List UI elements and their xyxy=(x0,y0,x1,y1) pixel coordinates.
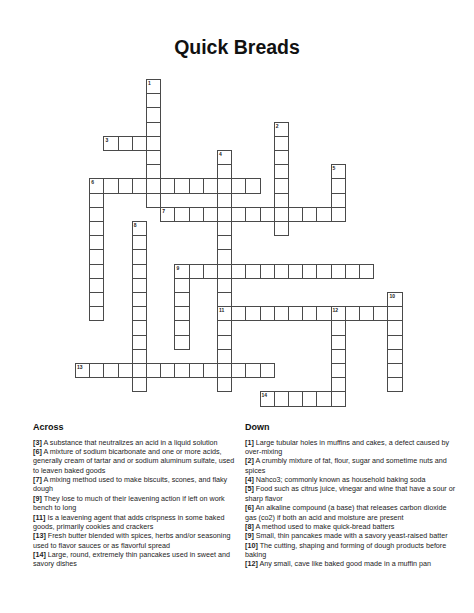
grid-cell[interactable] xyxy=(373,306,388,321)
grid-cell[interactable] xyxy=(118,363,133,378)
grid-cell[interactable] xyxy=(274,221,289,236)
grid-cell[interactable] xyxy=(146,93,161,108)
grid-cell[interactable] xyxy=(132,249,147,264)
grid-cell[interactable] xyxy=(217,235,232,250)
grid-cell[interactable] xyxy=(217,278,232,293)
clue-item-down: [4] Nahco3; commonly known as household … xyxy=(245,475,459,484)
grid-cell[interactable] xyxy=(132,221,147,236)
grid-cell[interactable] xyxy=(132,278,147,293)
grid-cell[interactable] xyxy=(274,178,289,193)
grid-cell[interactable] xyxy=(75,363,90,378)
grid-cell[interactable] xyxy=(231,363,246,378)
clue-item-across: [11] Is a leavening agent that adds cris… xyxy=(33,513,237,532)
grid-cell[interactable] xyxy=(160,178,175,193)
grid-cell[interactable] xyxy=(132,235,147,250)
grid-cell[interactable] xyxy=(217,320,232,335)
clue-item-number: [1] xyxy=(245,438,254,447)
grid-cell[interactable] xyxy=(174,278,189,293)
grid-cell[interactable] xyxy=(331,264,346,279)
grid-cell[interactable] xyxy=(260,391,275,406)
grid-cell[interactable] xyxy=(331,349,346,364)
grid-cell[interactable] xyxy=(89,264,104,279)
grid-cell[interactable] xyxy=(146,363,161,378)
grid-cell[interactable] xyxy=(274,122,289,137)
clue-item-number: [11] xyxy=(33,513,45,522)
grid-cell[interactable] xyxy=(174,306,189,321)
grid-cell[interactable] xyxy=(189,207,204,222)
clue-item-across: [13] Fresh butter blended with spices, h… xyxy=(33,531,237,550)
clue-item-number: [10] xyxy=(245,541,258,550)
grid-cell[interactable] xyxy=(217,377,232,392)
clue-item-number: [9] xyxy=(245,531,254,540)
grid-cell[interactable] xyxy=(387,349,402,364)
grid-cell[interactable] xyxy=(132,136,147,151)
grid-cell[interactable] xyxy=(387,292,402,307)
grid-cell[interactable] xyxy=(89,363,104,378)
grid-cell[interactable] xyxy=(274,136,289,151)
grid-cell[interactable] xyxy=(146,107,161,122)
grid-cell[interactable] xyxy=(274,264,289,279)
grid-cell[interactable] xyxy=(331,335,346,350)
grid-cell[interactable] xyxy=(331,193,346,208)
grid-cell[interactable] xyxy=(245,178,260,193)
grid-cell[interactable] xyxy=(274,150,289,165)
across-clues-section: Across [3] A substance that neutralizes … xyxy=(33,422,237,569)
grid-cell[interactable] xyxy=(132,335,147,350)
grid-cell[interactable] xyxy=(89,249,104,264)
grid-cell[interactable] xyxy=(146,193,161,208)
grid-cell[interactable] xyxy=(231,306,246,321)
grid-cell[interactable] xyxy=(217,363,232,378)
grid-cell[interactable] xyxy=(231,264,246,279)
grid-cell[interactable] xyxy=(245,363,260,378)
grid-cell[interactable] xyxy=(231,207,246,222)
clue-item-down: [2] A crumbly mixture of fat, flour, sug… xyxy=(245,456,459,475)
clue-item-across: [6] A mixture of sodium bicarbonate and … xyxy=(33,447,237,475)
grid-cell[interactable] xyxy=(217,249,232,264)
across-clue-list: [3] A substance that neutralizes an acid… xyxy=(33,438,237,569)
grid-cell[interactable] xyxy=(316,391,331,406)
grid-cell[interactable] xyxy=(132,363,147,378)
grid-cell[interactable] xyxy=(89,193,104,208)
grid-cell[interactable] xyxy=(274,207,289,222)
grid-cell[interactable] xyxy=(174,292,189,307)
grid-cell[interactable] xyxy=(260,363,275,378)
clue-item-number: [6] xyxy=(33,447,42,456)
clue-item-down: [9] Small, thin pancakes made with a sav… xyxy=(245,531,459,540)
grid-cell[interactable] xyxy=(217,207,232,222)
grid-cell[interactable] xyxy=(146,164,161,179)
grid-cell[interactable] xyxy=(132,264,147,279)
clue-item-number: [3] xyxy=(33,438,42,447)
grid-cell[interactable] xyxy=(331,320,346,335)
grid-cell[interactable] xyxy=(217,150,232,165)
clue-item-number: [9] xyxy=(33,494,42,503)
grid-cell[interactable] xyxy=(260,264,275,279)
grid-cell[interactable] xyxy=(160,363,175,378)
grid-cell[interactable] xyxy=(316,264,331,279)
grid-cell[interactable] xyxy=(345,264,360,279)
grid-cell[interactable] xyxy=(274,164,289,179)
grid-cell[interactable] xyxy=(331,178,346,193)
grid-cell[interactable] xyxy=(288,306,303,321)
grid-cell[interactable] xyxy=(146,79,161,94)
grid-cell[interactable] xyxy=(274,391,289,406)
down-clue-list: [1] Large tubular holes in muffins and c… xyxy=(245,438,459,569)
grid-cell[interactable] xyxy=(132,306,147,321)
grid-cell[interactable] xyxy=(217,178,232,193)
grid-cell[interactable] xyxy=(146,136,161,151)
grid-cell[interactable] xyxy=(302,207,317,222)
clue-item-down: [12] Any small, cave like baked good mad… xyxy=(245,559,459,568)
clue-item-across: [3] A substance that neutralizes an acid… xyxy=(33,438,237,447)
grid-cell[interactable] xyxy=(103,178,118,193)
grid-cell[interactable] xyxy=(189,363,204,378)
grid-cell[interactable] xyxy=(387,377,402,392)
grid-cell[interactable] xyxy=(288,391,303,406)
grid-cell[interactable] xyxy=(160,207,175,222)
grid-cell[interactable] xyxy=(89,221,104,236)
grid-cell[interactable] xyxy=(132,292,147,307)
clue-item-down: [6] An alkaline compound (a base) that r… xyxy=(245,503,459,522)
crossword-page: Quick Breads 1234567891011121314 Across … xyxy=(0,0,474,613)
grid-cell[interactable] xyxy=(302,264,317,279)
grid-cell[interactable] xyxy=(260,306,275,321)
grid-cell[interactable] xyxy=(189,264,204,279)
clue-item-down: [1] Large tubular holes in muffins and c… xyxy=(245,438,459,457)
grid-cell[interactable] xyxy=(217,335,232,350)
grid-cell[interactable] xyxy=(331,207,346,222)
grid-cell[interactable] xyxy=(316,306,331,321)
clue-item-number: [6] xyxy=(245,503,254,512)
grid-cell[interactable] xyxy=(146,122,161,137)
clue-item-number: [5] xyxy=(245,484,254,493)
grid-cell[interactable] xyxy=(203,207,218,222)
grid-cell[interactable] xyxy=(288,207,303,222)
grid-cell[interactable] xyxy=(89,178,104,193)
grid-cell[interactable] xyxy=(174,320,189,335)
grid-cell[interactable] xyxy=(387,320,402,335)
grid-cell[interactable] xyxy=(132,377,147,392)
grid-cell[interactable] xyxy=(331,377,346,392)
grid-cell[interactable] xyxy=(89,235,104,250)
grid-cell[interactable] xyxy=(245,306,260,321)
grid-cell[interactable] xyxy=(387,363,402,378)
clue-item-number: [4] xyxy=(245,475,254,484)
grid-cell[interactable] xyxy=(103,363,118,378)
grid-cell[interactable] xyxy=(89,292,104,307)
clue-item-across: [9] They lose to much of their leavening… xyxy=(33,494,237,513)
grid-cell[interactable] xyxy=(118,178,133,193)
grid-cell[interactable] xyxy=(217,193,232,208)
grid-cell[interactable] xyxy=(146,178,161,193)
grid-cell[interactable] xyxy=(174,363,189,378)
grid-cell[interactable] xyxy=(89,306,104,321)
grid-cell[interactable] xyxy=(146,150,161,165)
grid-cell[interactable] xyxy=(288,264,303,279)
grid-cell[interactable] xyxy=(217,349,232,364)
grid-cell[interactable] xyxy=(302,306,317,321)
grid-cell[interactable] xyxy=(359,264,374,279)
clue-item-down: [8] A method used to make quick-bread ba… xyxy=(245,522,459,531)
grid-cell[interactable] xyxy=(260,207,275,222)
grid-cell[interactable] xyxy=(345,306,360,321)
grid-cell[interactable] xyxy=(132,349,147,364)
grid-cell[interactable] xyxy=(359,306,374,321)
down-clues-section: Down [1] Large tubular holes in muffins … xyxy=(245,422,459,569)
clue-item-down: [10] The cutting, shaping and forming of… xyxy=(245,541,459,560)
clue-item-number: [7] xyxy=(33,475,42,484)
clue-item-number: [12] xyxy=(245,559,258,568)
grid-cell[interactable] xyxy=(103,136,118,151)
grid-cell[interactable] xyxy=(217,221,232,236)
grid-cell[interactable] xyxy=(203,264,218,279)
clue-item-down: [5] Food such as citrus juice, vinegar a… xyxy=(245,484,459,503)
grid-cell[interactable] xyxy=(189,178,204,193)
page-title: Quick Breads xyxy=(0,36,474,59)
grid-cell[interactable] xyxy=(89,278,104,293)
grid-cell[interactable] xyxy=(217,306,232,321)
grid-cell[interactable] xyxy=(174,335,189,350)
grid-cell[interactable] xyxy=(118,136,133,151)
grid-cell[interactable] xyxy=(132,178,147,193)
grid-cell[interactable] xyxy=(217,164,232,179)
grid-cell[interactable] xyxy=(387,306,402,321)
clue-item-number: [14] xyxy=(33,550,46,559)
clue-item-number: [13] xyxy=(33,531,46,540)
grid-cell[interactable] xyxy=(331,306,346,321)
grid-cell[interactable] xyxy=(231,178,246,193)
grid-cell[interactable] xyxy=(274,193,289,208)
grid-cell[interactable] xyxy=(274,306,289,321)
down-header: Down xyxy=(245,422,459,434)
clue-item-number: [2] xyxy=(245,456,254,465)
grid-cell[interactable] xyxy=(302,391,317,406)
grid-cell[interactable] xyxy=(174,264,189,279)
clue-item-across: [14] Large, round, extremely thin pancak… xyxy=(33,550,237,569)
grid-cell[interactable] xyxy=(331,164,346,179)
grid-cell[interactable] xyxy=(331,391,346,406)
grid-cell[interactable] xyxy=(132,320,147,335)
grid-cell[interactable] xyxy=(89,207,104,222)
grid-cell[interactable] xyxy=(387,335,402,350)
grid-cell[interactable] xyxy=(174,178,189,193)
clue-item-across: [7] A mixing method used to make biscuit… xyxy=(33,475,237,494)
clue-item-number: [8] xyxy=(245,522,254,531)
grid-cell[interactable] xyxy=(174,207,189,222)
grid-cell[interactable] xyxy=(203,178,218,193)
grid-cell[interactable] xyxy=(245,207,260,222)
grid-cell[interactable] xyxy=(245,264,260,279)
grid-cell[interactable] xyxy=(203,363,218,378)
grid-cell[interactable] xyxy=(331,363,346,378)
grid-cell[interactable] xyxy=(217,264,232,279)
grid-cell[interactable] xyxy=(217,292,232,307)
across-header: Across xyxy=(33,422,237,434)
grid-cell[interactable] xyxy=(316,207,331,222)
